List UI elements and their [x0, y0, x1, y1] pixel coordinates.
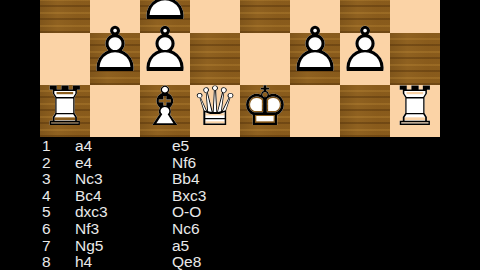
move-number: 3 — [42, 171, 75, 188]
black-move[interactable]: O-O — [172, 204, 280, 221]
white-pawn-g2[interactable]: ♟♙ — [337, 19, 393, 81]
move-row: 7Ng5a5 — [40, 238, 280, 255]
white-move[interactable]: dxc3 — [75, 204, 172, 221]
square-g1[interactable] — [340, 85, 390, 137]
square-b1[interactable] — [90, 85, 140, 137]
white-rook-a1[interactable]: ♜♖ — [41, 80, 89, 134]
white-pawn-c2[interactable]: ♟♙ — [137, 19, 193, 81]
white-move[interactable]: Nc3 — [75, 171, 172, 188]
move-row: 3Nc3Bb4 — [40, 171, 280, 188]
piece-outline: ♙ — [287, 13, 343, 86]
move-row: 1a4e5 — [40, 138, 280, 155]
white-king-e1[interactable]: ♚♔ — [241, 80, 289, 134]
square-g2[interactable]: ♟♙ — [340, 33, 390, 85]
square-e1[interactable]: ♚♔ — [240, 85, 290, 137]
piece-outline: ♔ — [241, 75, 289, 137]
black-move[interactable]: Qe8 — [172, 254, 280, 270]
move-number: 2 — [42, 155, 75, 172]
white-move[interactable]: e4 — [75, 155, 172, 172]
move-number: 5 — [42, 204, 75, 221]
square-c1[interactable]: ♝♗ — [140, 85, 190, 137]
white-move[interactable]: Nf3 — [75, 221, 172, 238]
piece-outline: ♖ — [41, 75, 89, 137]
board-viewport: ♟♙♟♙♟♙♟♙♟♙♜♖♝♗♛♕♚♔♜♖ — [40, 0, 440, 137]
move-row: 2e4Nf6 — [40, 155, 280, 172]
black-move[interactable]: e5 — [172, 138, 280, 155]
black-move[interactable]: Nf6 — [172, 155, 280, 172]
chess-app-screen: ♟♙♟♙♟♙♟♙♟♙♜♖♝♗♛♕♚♔♜♖ 1a4e52e4Nf63Nc3Bb44… — [0, 0, 480, 270]
piece-outline: ♖ — [391, 75, 439, 137]
move-number: 1 — [42, 138, 75, 155]
move-row: 5dxc3O-O — [40, 204, 280, 221]
move-row: 4Bc4Bxc3 — [40, 188, 280, 205]
black-move[interactable]: Bb4 — [172, 171, 280, 188]
square-a3[interactable] — [40, 0, 90, 33]
square-f1[interactable] — [290, 85, 340, 137]
move-list: 1a4e52e4Nf63Nc3Bb44Bc4Bxc35dxc3O-O6Nf3Nc… — [40, 138, 280, 270]
white-pawn-b2[interactable]: ♟♙ — [87, 19, 143, 81]
move-number: 7 — [42, 238, 75, 255]
black-move[interactable]: a5 — [172, 238, 280, 255]
piece-outline: ♗ — [141, 75, 189, 137]
piece-outline: ♙ — [337, 13, 393, 86]
white-queen-d1[interactable]: ♛♕ — [191, 80, 239, 134]
white-move[interactable]: Ng5 — [75, 238, 172, 255]
move-row: 6Nf3Nc6 — [40, 221, 280, 238]
white-rook-h1[interactable]: ♜♖ — [391, 80, 439, 134]
square-f2[interactable]: ♟♙ — [290, 33, 340, 85]
square-h1[interactable]: ♜♖ — [390, 85, 440, 137]
move-number: 6 — [42, 221, 75, 238]
white-bishop-c1[interactable]: ♝♗ — [141, 80, 189, 134]
square-a1[interactable]: ♜♖ — [40, 85, 90, 137]
square-b2[interactable]: ♟♙ — [90, 33, 140, 85]
square-d1[interactable]: ♛♕ — [190, 85, 240, 137]
chess-board: ♟♙♟♙♟♙♟♙♟♙♜♖♝♗♛♕♚♔♜♖ — [40, 0, 440, 137]
move-number: 4 — [42, 188, 75, 205]
square-h3[interactable] — [390, 0, 440, 33]
square-d3[interactable] — [190, 0, 240, 33]
white-pawn-f2[interactable]: ♟♙ — [287, 19, 343, 81]
square-e3[interactable] — [240, 0, 290, 33]
white-move[interactable]: h4 — [75, 254, 172, 270]
move-number: 8 — [42, 254, 75, 270]
white-move[interactable]: Bc4 — [75, 188, 172, 205]
black-move[interactable]: Bxc3 — [172, 188, 280, 205]
piece-outline: ♕ — [191, 75, 239, 137]
piece-outline: ♙ — [87, 13, 143, 86]
black-move[interactable]: Nc6 — [172, 221, 280, 238]
white-move[interactable]: a4 — [75, 138, 172, 155]
move-row: 8h4Qe8 — [40, 254, 280, 270]
